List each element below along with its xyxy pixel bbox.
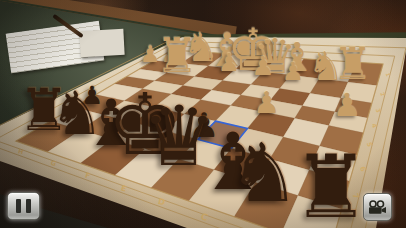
piece-white-rook-a1[interactable]: ♜: [333, 42, 372, 86]
chess-3d-scene: HGFEDCBA12345678 ♟♞♟♟♝♚♝♟♜♛♟♞♜♟♟♟♟♜♞♟♝♚♛…: [0, 0, 406, 228]
piece-white-rook-h1[interactable]: ♜: [155, 31, 198, 79]
piece-white-pawn-e2[interactable]: ♟: [218, 50, 240, 75]
video-camera-icon: [368, 200, 387, 215]
piece-white-pawn-a4[interactable]: ♟: [333, 89, 362, 121]
piece-black-knight-b8[interactable]: ♞: [228, 133, 301, 214]
pause-button[interactable]: [7, 192, 40, 220]
pause-icon: [26, 199, 31, 213]
piece-white-pawn-c4[interactable]: ♟: [254, 88, 281, 118]
piece-black-rook-a8[interactable]: ♜: [292, 144, 370, 228]
pause-icon: [16, 199, 21, 213]
piece-white-pawn-d2[interactable]: ♟: [251, 53, 274, 79]
piece-white-pawn-b2[interactable]: ♟: [282, 59, 304, 84]
